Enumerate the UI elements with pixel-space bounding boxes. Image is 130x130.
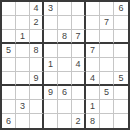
cell-r8c6-empty[interactable]	[72, 100, 86, 114]
cell-r2c6-empty[interactable]	[72, 16, 86, 30]
cell-r9c9-empty[interactable]	[114, 114, 128, 128]
cell-r8c8-empty[interactable]	[100, 100, 114, 114]
cell-r7c8-given[interactable]: 5	[100, 86, 114, 100]
cell-r9c2-empty[interactable]	[16, 114, 30, 128]
sudoku-board: 436271875871494596531628	[0, 0, 130, 130]
cell-r2c2-empty[interactable]	[16, 16, 30, 30]
cell-r8c3-empty[interactable]	[30, 100, 44, 114]
cell-r2c4-empty[interactable]	[44, 16, 58, 30]
cell-r5c6-given[interactable]: 4	[72, 58, 86, 72]
cell-r4c8-empty[interactable]	[100, 44, 114, 58]
cell-r6c7-given[interactable]: 4	[86, 72, 100, 86]
cell-r5c1-empty[interactable]	[2, 58, 16, 72]
cell-r6c4-empty[interactable]	[44, 72, 58, 86]
cell-r4c6-empty[interactable]	[72, 44, 86, 58]
cell-r9c8-empty[interactable]	[100, 114, 114, 128]
cell-r3c3-empty[interactable]	[30, 30, 44, 44]
cell-r1c3-given[interactable]: 4	[30, 2, 44, 16]
cell-r7c9-empty[interactable]	[114, 86, 128, 100]
cell-r8c9-empty[interactable]	[114, 100, 128, 114]
cell-r4c1-given[interactable]: 5	[2, 44, 16, 58]
cell-r2c8-given[interactable]: 7	[100, 16, 114, 30]
cell-r5c2-empty[interactable]	[16, 58, 30, 72]
cell-r2c7-empty[interactable]	[86, 16, 100, 30]
cell-r2c1-empty[interactable]	[2, 16, 16, 30]
cell-r9c4-empty[interactable]	[44, 114, 58, 128]
cell-r1c9-given[interactable]: 6	[114, 2, 128, 16]
cell-r7c3-empty[interactable]	[30, 86, 44, 100]
cell-r4c4-empty[interactable]	[44, 44, 58, 58]
cell-r6c2-empty[interactable]	[16, 72, 30, 86]
cell-r5c7-empty[interactable]	[86, 58, 100, 72]
cell-r3c9-empty[interactable]	[114, 30, 128, 44]
cell-r7c2-empty[interactable]	[16, 86, 30, 100]
cell-r8c2-given[interactable]: 3	[16, 100, 30, 114]
cell-r1c2-empty[interactable]	[16, 2, 30, 16]
cell-r9c5-empty[interactable]	[58, 114, 72, 128]
cell-r1c8-empty[interactable]	[100, 2, 114, 16]
cell-r4c9-empty[interactable]	[114, 44, 128, 58]
cell-r6c5-empty[interactable]	[58, 72, 72, 86]
cell-r7c1-empty[interactable]	[2, 86, 16, 100]
cell-r7c5-given[interactable]: 6	[58, 86, 72, 100]
cell-r6c6-empty[interactable]	[72, 72, 86, 86]
cell-r3c2-given[interactable]: 1	[16, 30, 30, 44]
cell-r5c9-empty[interactable]	[114, 58, 128, 72]
cell-r4c7-given[interactable]: 7	[86, 44, 100, 58]
cell-r3c8-empty[interactable]	[100, 30, 114, 44]
cell-r6c9-given[interactable]: 5	[114, 72, 128, 86]
cell-r5c3-empty[interactable]	[30, 58, 44, 72]
cell-r3c6-given[interactable]: 7	[72, 30, 86, 44]
cell-r9c1-given[interactable]: 6	[2, 114, 16, 128]
cell-r4c5-empty[interactable]	[58, 44, 72, 58]
cell-r4c3-given[interactable]: 8	[30, 44, 44, 58]
cell-r3c7-empty[interactable]	[86, 30, 100, 44]
cell-r8c4-empty[interactable]	[44, 100, 58, 114]
cell-r8c5-empty[interactable]	[58, 100, 72, 114]
cell-r6c8-empty[interactable]	[100, 72, 114, 86]
cell-r9c7-given[interactable]: 8	[86, 114, 100, 128]
cell-r6c3-given[interactable]: 9	[30, 72, 44, 86]
cell-r7c7-empty[interactable]	[86, 86, 100, 100]
cell-r2c9-empty[interactable]	[114, 16, 128, 30]
cell-r9c3-empty[interactable]	[30, 114, 44, 128]
cell-r5c4-given[interactable]: 1	[44, 58, 58, 72]
cell-r1c6-empty[interactable]	[72, 2, 86, 16]
cell-r4c2-empty[interactable]	[16, 44, 30, 58]
cell-r5c8-empty[interactable]	[100, 58, 114, 72]
cell-r1c5-empty[interactable]	[58, 2, 72, 16]
cell-r3c4-empty[interactable]	[44, 30, 58, 44]
cell-r9c6-given[interactable]: 2	[72, 114, 86, 128]
cell-r1c1-empty[interactable]	[2, 2, 16, 16]
cell-r7c4-given[interactable]: 9	[44, 86, 58, 100]
cell-r7c6-empty[interactable]	[72, 86, 86, 100]
cell-r2c3-given[interactable]: 2	[30, 16, 44, 30]
cell-r1c7-empty[interactable]	[86, 2, 100, 16]
cell-r5c5-empty[interactable]	[58, 58, 72, 72]
cell-r2c5-empty[interactable]	[58, 16, 72, 30]
cell-r6c1-empty[interactable]	[2, 72, 16, 86]
cell-r3c5-given[interactable]: 8	[58, 30, 72, 44]
cell-r8c7-given[interactable]: 1	[86, 100, 100, 114]
cell-r1c4-given[interactable]: 3	[44, 2, 58, 16]
cell-r8c1-empty[interactable]	[2, 100, 16, 114]
cell-r3c1-empty[interactable]	[2, 30, 16, 44]
